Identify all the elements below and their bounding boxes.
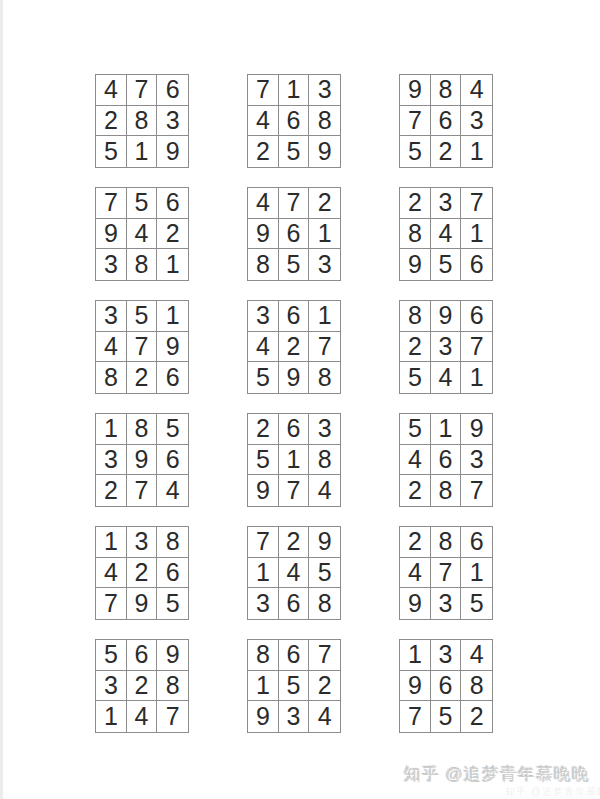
grid-cell: 4 — [309, 701, 340, 732]
grid-cell: 8 — [309, 106, 340, 137]
grid-cell: 5 — [309, 558, 340, 589]
grid-cell: 1 — [279, 75, 310, 106]
mini-grid-12: 519463287 — [399, 413, 493, 507]
grid-cell: 4 — [127, 701, 158, 732]
mini-grid-14: 729145368 — [247, 526, 341, 620]
mini-grid-11: 263518974 — [247, 413, 341, 507]
grid-cell: 8 — [309, 445, 340, 476]
grid-cell: 6 — [431, 671, 462, 702]
grid-cell: 2 — [400, 188, 431, 219]
grid-cell: 5 — [248, 362, 279, 393]
grid-cell: 9 — [248, 701, 279, 732]
grid-cell: 3 — [431, 332, 462, 363]
grid-cell: 2 — [400, 475, 431, 506]
grid-cell: 7 — [309, 332, 340, 363]
zhihu-watermark-ghost: 知乎 @追梦青年慕晚晚 — [505, 785, 600, 799]
grid-cell: 7 — [157, 701, 188, 732]
mini-grid-9: 896237541 — [399, 300, 493, 394]
mini-grid-8: 361427598 — [247, 300, 341, 394]
grid-cell: 8 — [461, 671, 492, 702]
grid-cell: 1 — [96, 701, 127, 732]
grid-cell: 7 — [96, 188, 127, 219]
page-left-edge-line — [0, 0, 3, 799]
grid-cell: 9 — [279, 362, 310, 393]
grid-cell: 7 — [127, 475, 158, 506]
grid-cell: 9 — [96, 219, 127, 250]
grid-cell: 1 — [309, 301, 340, 332]
grid-cell: 4 — [96, 75, 127, 106]
grid-cell: 3 — [96, 301, 127, 332]
grid-cell: 3 — [461, 106, 492, 137]
grid-cell: 3 — [431, 588, 462, 619]
grid-cell: 4 — [248, 188, 279, 219]
grid-cell: 1 — [309, 219, 340, 250]
grid-cell: 3 — [96, 445, 127, 476]
grid-cell: 1 — [127, 136, 158, 167]
grid-cell: 7 — [400, 106, 431, 137]
grid-cell: 9 — [309, 527, 340, 558]
grid-cell: 1 — [157, 301, 188, 332]
grid-cell: 5 — [400, 362, 431, 393]
grid-cell: 5 — [96, 136, 127, 167]
grid-cell: 4 — [157, 475, 188, 506]
grid-cell: 9 — [157, 332, 188, 363]
grid-cell: 7 — [127, 332, 158, 363]
grid-cell: 5 — [127, 188, 158, 219]
grid-cell: 1 — [461, 362, 492, 393]
grid-cell: 7 — [461, 188, 492, 219]
grid-cell: 3 — [279, 701, 310, 732]
grid-cell: 3 — [309, 75, 340, 106]
mini-grid-3: 984763521 — [399, 74, 493, 168]
grid-cell: 8 — [248, 640, 279, 671]
grid-cell: 5 — [279, 136, 310, 167]
grid-cell: 9 — [400, 249, 431, 280]
grid-cell: 5 — [127, 301, 158, 332]
grid-cell: 8 — [431, 75, 462, 106]
grid-cell: 6 — [431, 445, 462, 476]
grid-cell: 1 — [400, 640, 431, 671]
grid-cell: 6 — [461, 527, 492, 558]
grid-cell: 8 — [96, 362, 127, 393]
grid-cell: 2 — [127, 671, 158, 702]
grid-cell: 5 — [461, 588, 492, 619]
grid-cell: 2 — [248, 414, 279, 445]
grid-cell: 3 — [248, 301, 279, 332]
grid-cell: 9 — [309, 136, 340, 167]
grid-cell: 1 — [248, 558, 279, 589]
mini-grid-4: 756942381 — [95, 187, 189, 281]
grid-cell: 3 — [96, 249, 127, 280]
grid-cell: 4 — [96, 332, 127, 363]
grid-cell: 5 — [96, 640, 127, 671]
grid-cell: 4 — [461, 640, 492, 671]
grid-cell: 6 — [461, 249, 492, 280]
mini-grid-18: 134968752 — [399, 639, 493, 733]
grid-cell: 6 — [279, 106, 310, 137]
grid-cell: 9 — [248, 219, 279, 250]
grid-cell: 5 — [248, 445, 279, 476]
grid-cell: 2 — [279, 332, 310, 363]
grid-cell: 7 — [96, 588, 127, 619]
grid-cell: 6 — [157, 445, 188, 476]
grid-cell: 6 — [279, 640, 310, 671]
grid-cell: 3 — [96, 671, 127, 702]
grid-cell: 3 — [309, 414, 340, 445]
grid-cell: 9 — [461, 414, 492, 445]
grid-cell: 4 — [431, 362, 462, 393]
mini-grid-6: 237841956 — [399, 187, 493, 281]
grid-cell: 3 — [431, 188, 462, 219]
grid-cell: 6 — [127, 640, 158, 671]
grid-cell: 6 — [157, 558, 188, 589]
grid-cell: 8 — [431, 527, 462, 558]
grid-cell: 4 — [309, 475, 340, 506]
grid-cell: 2 — [400, 527, 431, 558]
grid-cell: 3 — [127, 527, 158, 558]
grid-cell: 9 — [400, 671, 431, 702]
grid-cell: 9 — [431, 301, 462, 332]
zhihu-watermark: 知乎 @追梦青年慕晚晚 — [404, 763, 590, 786]
grid-cell: 6 — [279, 414, 310, 445]
grid-cell: 5 — [279, 249, 310, 280]
mini-grid-17: 867152934 — [247, 639, 341, 733]
grid-cell: 9 — [157, 136, 188, 167]
grid-cell: 6 — [461, 301, 492, 332]
grid-cell: 7 — [431, 558, 462, 589]
grid-cell: 4 — [279, 558, 310, 589]
grid-cell: 7 — [279, 188, 310, 219]
grid-cell: 7 — [461, 475, 492, 506]
grid-cell: 7 — [127, 75, 158, 106]
mini-grid-15: 286471935 — [399, 526, 493, 620]
grid-cell: 8 — [127, 106, 158, 137]
grid-sheet: 4762835197134682599847635217569423814729… — [95, 74, 493, 733]
grid-cell: 1 — [431, 414, 462, 445]
grid-cell: 8 — [400, 219, 431, 250]
grid-cell: 8 — [431, 475, 462, 506]
grid-cell: 3 — [461, 445, 492, 476]
grid-cell: 3 — [157, 106, 188, 137]
grid-cell: 9 — [248, 475, 279, 506]
mini-grid-2: 713468259 — [247, 74, 341, 168]
grid-cell: 8 — [157, 527, 188, 558]
grid-cell: 9 — [400, 75, 431, 106]
grid-cell: 2 — [309, 671, 340, 702]
grid-cell: 4 — [461, 75, 492, 106]
grid-cell: 6 — [279, 301, 310, 332]
grid-cell: 4 — [96, 558, 127, 589]
grid-cell: 6 — [431, 106, 462, 137]
grid-cell: 2 — [279, 527, 310, 558]
mini-grid-5: 472961853 — [247, 187, 341, 281]
grid-cell: 1 — [157, 249, 188, 280]
grid-cell: 7 — [248, 75, 279, 106]
grid-cell: 3 — [431, 640, 462, 671]
grid-cell: 2 — [431, 136, 462, 167]
grid-cell: 1 — [96, 414, 127, 445]
grid-cell: 3 — [309, 249, 340, 280]
grid-cell: 2 — [96, 475, 127, 506]
mini-grid-13: 138426795 — [95, 526, 189, 620]
grid-cell: 5 — [279, 671, 310, 702]
grid-cell: 4 — [248, 106, 279, 137]
grid-cell: 7 — [248, 527, 279, 558]
mini-grid-16: 569328147 — [95, 639, 189, 733]
grid-cell: 6 — [157, 188, 188, 219]
grid-cell: 8 — [400, 301, 431, 332]
grid-cell: 8 — [157, 671, 188, 702]
mini-grid-7: 351479826 — [95, 300, 189, 394]
grid-cell: 9 — [157, 640, 188, 671]
grid-cell: 9 — [127, 588, 158, 619]
grid-cell: 5 — [400, 136, 431, 167]
grid-cell: 2 — [157, 219, 188, 250]
grid-cell: 4 — [400, 445, 431, 476]
grid-cell: 8 — [248, 249, 279, 280]
grid-cell: 8 — [127, 249, 158, 280]
grid-cell: 6 — [279, 219, 310, 250]
grid-cell: 4 — [248, 332, 279, 363]
grid-cell: 5 — [157, 414, 188, 445]
grid-cell: 9 — [400, 588, 431, 619]
mini-grid-10: 185396274 — [95, 413, 189, 507]
grid-cell: 5 — [431, 249, 462, 280]
grid-cell: 1 — [461, 558, 492, 589]
grid-cell: 1 — [461, 219, 492, 250]
grid-cell: 1 — [279, 445, 310, 476]
grid-cell: 5 — [157, 588, 188, 619]
grid-cell: 1 — [96, 527, 127, 558]
grid-cell: 7 — [461, 332, 492, 363]
grid-cell: 2 — [461, 701, 492, 732]
grid-cell: 6 — [157, 75, 188, 106]
grid-cell: 6 — [157, 362, 188, 393]
grid-cell: 1 — [248, 671, 279, 702]
grid-cell: 8 — [309, 588, 340, 619]
grid-cell: 7 — [309, 640, 340, 671]
grid-cell: 2 — [96, 106, 127, 137]
grid-cell: 4 — [400, 558, 431, 589]
grid-cell: 2 — [127, 558, 158, 589]
grid-cell: 3 — [248, 588, 279, 619]
grid-cell: 1 — [461, 136, 492, 167]
grid-cell: 8 — [309, 362, 340, 393]
grid-cell: 7 — [400, 701, 431, 732]
grid-cell: 8 — [127, 414, 158, 445]
grid-cell: 2 — [309, 188, 340, 219]
mini-grid-1: 476283519 — [95, 74, 189, 168]
grid-cell: 2 — [248, 136, 279, 167]
grid-cell: 4 — [127, 219, 158, 250]
grid-cell: 2 — [127, 362, 158, 393]
grid-cell: 7 — [279, 475, 310, 506]
grid-cell: 6 — [279, 588, 310, 619]
grid-cell: 5 — [431, 701, 462, 732]
grid-cell: 2 — [400, 332, 431, 363]
grid-cell: 9 — [127, 445, 158, 476]
grid-cell: 4 — [431, 219, 462, 250]
grid-cell: 5 — [400, 414, 431, 445]
